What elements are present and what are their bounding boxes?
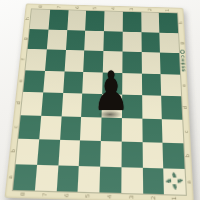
square-r6c8[interactable] [162,119,183,144]
square-r2c3[interactable] [66,30,86,51]
square-r3c2[interactable] [45,49,66,71]
knight-icon: ♞ [166,177,174,184]
black-pawn[interactable]: ♟ [93,41,129,118]
square-r6c1[interactable] [18,115,41,140]
square-r8c6[interactable] [121,167,143,194]
brand-mark: CHESS [179,50,187,73]
square-r1c1[interactable] [30,9,50,29]
square-r1c6[interactable] [122,12,141,32]
square-r5c1[interactable] [21,92,43,115]
square-r8c5[interactable] [99,166,121,193]
square-r2c8[interactable] [160,32,180,53]
square-r7c5[interactable] [100,141,121,167]
square-r5c8[interactable] [161,96,182,120]
square-r5c7[interactable] [142,95,162,119]
square-r6c7[interactable] [142,118,163,143]
square-r3c1[interactable] [25,49,46,71]
square-r5c2[interactable] [41,92,63,115]
square-r7c1[interactable] [16,139,39,165]
square-r7c2[interactable] [37,139,60,165]
square-r8c4[interactable] [78,166,100,193]
square-r8c3[interactable] [56,165,79,192]
square-r8c7[interactable] [142,167,164,194]
square-r7c3[interactable] [58,140,80,166]
square-r7c6[interactable] [121,142,142,168]
square-r8c2[interactable] [35,164,58,191]
square-r8c8[interactable]: ♞♞♞♞ [163,168,185,195]
square-r7c4[interactable] [79,140,101,166]
square-r3c8[interactable] [160,53,180,75]
square-r7c8[interactable] [163,143,185,169]
brand-emblem-icon [180,50,185,55]
square-r4c1[interactable] [23,70,45,92]
square-r1c2[interactable] [48,10,68,30]
square-r5c3[interactable] [61,93,82,116]
square-r2c1[interactable] [28,29,49,50]
square-r4c2[interactable] [43,70,64,93]
square-r6c2[interactable] [39,115,61,140]
photo-background: 87654321 87654321 hgfedcba hgfedcba CHES… [0,0,200,200]
square-r7c7[interactable] [142,142,163,168]
square-r4c8[interactable] [161,74,181,97]
square-r4c3[interactable] [63,71,84,94]
square-r3c7[interactable] [141,52,161,74]
brand-text: CHESS [180,55,186,73]
square-r2c7[interactable] [141,32,160,53]
square-r1c3[interactable] [67,10,86,30]
square-r4c7[interactable] [141,73,161,96]
square-r1c5[interactable] [104,11,123,31]
square-r1c7[interactable] [141,12,160,32]
corner-logo: ♞♞♞♞ [163,168,185,195]
square-r6c3[interactable] [60,116,82,141]
square-r8c1[interactable] [13,164,37,191]
square-r1c8[interactable] [159,13,178,33]
square-r1c4[interactable] [85,11,104,31]
square-r3c3[interactable] [64,50,84,72]
square-r2c2[interactable] [47,29,67,50]
